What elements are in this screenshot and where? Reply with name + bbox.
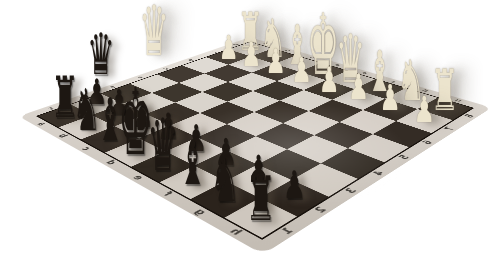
spare-white-queen-off-board: ♛	[139, 26, 169, 59]
white-queen-glyph: ♛	[139, 0, 169, 66]
white-pawn-glyph: ♟	[241, 37, 261, 71]
pieces-layer: ♜♞♝♚♛♝♞♜♟♟♟♟♟♟♟♟♟♟♟♟♟♟♟♟♜♞♝♚♛♝♞♜♛♛	[0, 0, 500, 264]
white-pawn-glyph: ♟	[265, 45, 285, 79]
black-bishop-glyph: ♝	[178, 133, 206, 194]
piece-white-pawn-a7: ♟	[219, 39, 239, 61]
white-pawn-glyph: ♟	[291, 53, 312, 88]
piece-black-queen-e1: ♛	[147, 138, 179, 173]
piece-white-pawn-e7: ♟	[319, 71, 340, 94]
piece-black-knight-g1: ♞	[210, 171, 240, 205]
chess-set-product-photo: abcdefgh1234567812345678abcdefgh ♜♞♝♚♛♝♞…	[0, 0, 500, 264]
white-pawn-glyph: ♟	[319, 62, 340, 97]
piece-white-pawn-f7: ♟	[348, 80, 369, 104]
piece-white-pawn-h7: ♟	[413, 101, 435, 125]
black-rook-glyph: ♜	[245, 168, 276, 230]
piece-black-rook-h1: ♜	[245, 190, 276, 224]
piece-white-pawn-b7: ♟	[241, 46, 261, 68]
piece-white-pawn-d7: ♟	[291, 62, 312, 85]
black-queen-glyph: ♛	[147, 108, 179, 180]
white-pawn-glyph: ♟	[413, 92, 435, 128]
piece-white-pawn-g7: ♟	[380, 90, 401, 114]
white-pawn-glyph: ♟	[348, 71, 369, 106]
piece-black-bishop-f1: ♝	[178, 157, 206, 188]
piece-black-pawn-h2: ♟	[283, 177, 306, 202]
black-knight-glyph: ♞	[210, 150, 240, 211]
piece-white-pawn-c7: ♟	[265, 54, 285, 77]
black-pawn-glyph: ♟	[283, 167, 306, 205]
white-pawn-glyph: ♟	[219, 30, 239, 63]
white-pawn-glyph: ♟	[380, 81, 401, 117]
